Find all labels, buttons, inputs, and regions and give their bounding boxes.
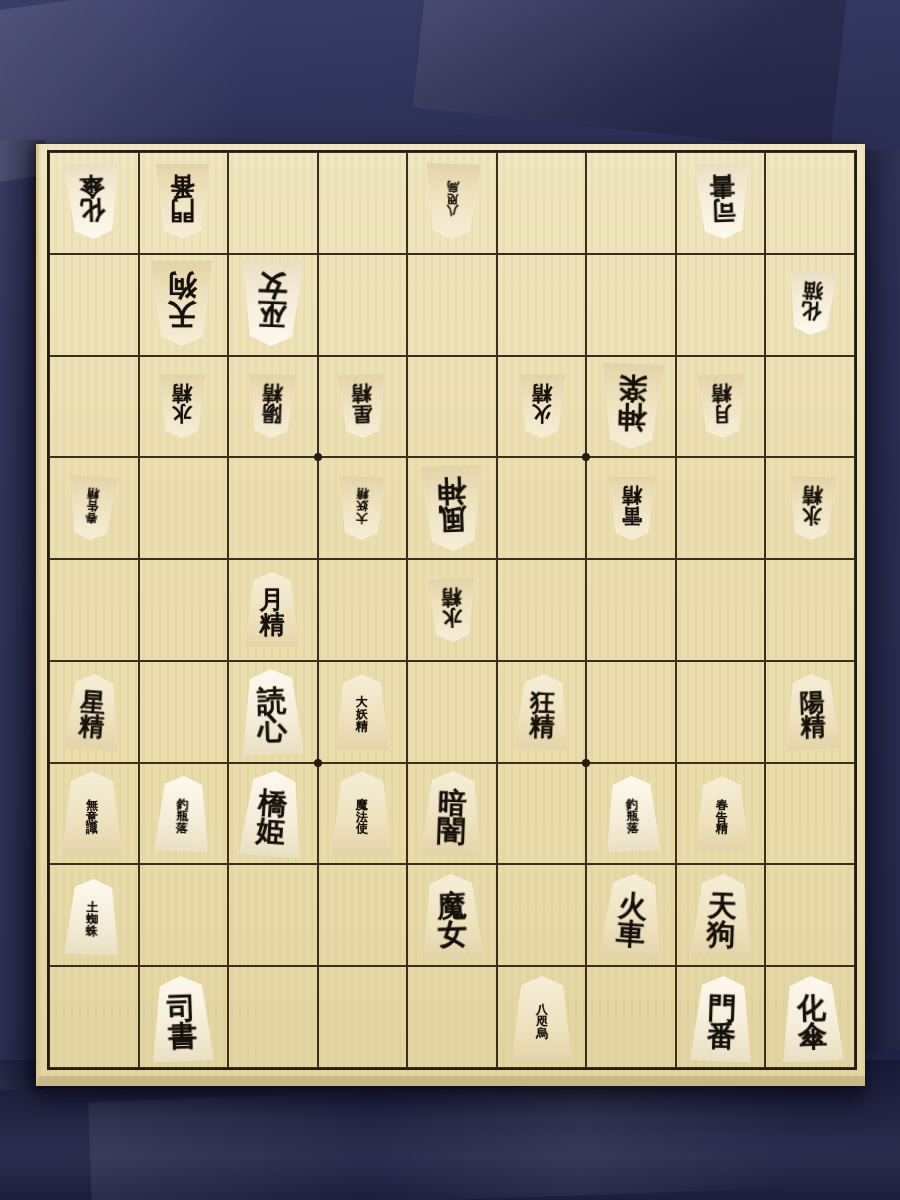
piece-kanji-label: 暗闇 — [436, 789, 467, 847]
piece-kanji-label: 無意識 — [86, 800, 98, 836]
fabric-fold — [88, 1078, 791, 1200]
shogi-piece-星精[interactable]: 星精 — [337, 373, 387, 439]
shogi-piece-雷精[interactable]: 雷精 — [608, 476, 656, 540]
piece-kanji-label: 大妖精 — [356, 487, 369, 523]
shogi-piece-釣瓶落[interactable]: 釣瓶落 — [603, 776, 661, 854]
shogi-piece-大妖精[interactable]: 大妖精 — [337, 475, 387, 541]
piece-kanji-label: 風神 — [436, 476, 467, 534]
shogi-piece-天狗[interactable]: 天狗 — [151, 260, 213, 346]
piece-kanji-label: 水精 — [441, 587, 462, 627]
shogi-piece-風神[interactable]: 風神 — [420, 464, 485, 552]
shogi-piece-陽精[interactable]: 陽精 — [783, 673, 841, 751]
shogi-piece-魔法使[interactable]: 魔法使 — [331, 771, 393, 857]
shogi-piece-土蜘蛛[interactable]: 土蜘蛛 — [63, 878, 121, 956]
piece-kanji-label: 大妖精 — [356, 697, 368, 733]
piece-kanji-label: 月精 — [711, 383, 732, 423]
piece-kanji-label: 巫女 — [257, 271, 288, 329]
piece-kanji-label: 土蜘蛛 — [85, 902, 98, 938]
shogi-board: 化傘門番八咫烏司書天狗巫女化猫水精陽精星精火精神楽月精春告精大妖精風神雷精氷精水… — [36, 144, 865, 1086]
piece-kanji-label: 春告精 — [85, 487, 99, 523]
piece-kanji-label: 星精 — [351, 383, 372, 423]
shogi-piece-八咫烏[interactable]: 八咫烏 — [511, 976, 573, 1062]
piece-kanji-label: 読心 — [257, 686, 288, 744]
piece-layer: 化傘門番八咫烏司書天狗巫女化猫水精陽精星精火精神楽月精春告精大妖精風神雷精氷精水… — [47, 150, 857, 1070]
piece-kanji-label: 八咫烏 — [536, 1004, 548, 1040]
piece-kanji-label: 春告精 — [716, 800, 728, 836]
piece-kanji-label: 天狗 — [706, 891, 737, 949]
piece-kanji-label: 橋姫 — [255, 788, 288, 847]
piece-kanji-label: 陽精 — [261, 383, 282, 423]
piece-kanji-label: 魔法使 — [356, 800, 368, 836]
piece-kanji-label: 神楽 — [617, 374, 648, 432]
shogi-piece-水精[interactable]: 水精 — [427, 577, 477, 643]
shogi-piece-春告精[interactable]: 春告精 — [695, 776, 750, 852]
shogi-piece-天狗[interactable]: 天狗 — [690, 873, 755, 961]
shogi-piece-春告精[interactable]: 春告精 — [66, 474, 118, 541]
shogi-piece-化傘[interactable]: 化傘 — [63, 162, 121, 240]
fabric-fold — [860, 150, 900, 1050]
shogi-piece-水精[interactable]: 水精 — [158, 374, 206, 438]
shogi-piece-大妖精[interactable]: 大妖精 — [335, 674, 390, 750]
piece-kanji-label: 化猫 — [801, 280, 824, 320]
piece-kanji-label: 門番 — [706, 993, 737, 1051]
shogi-piece-火精[interactable]: 火精 — [518, 374, 566, 438]
piece-kanji-label: 水精 — [172, 383, 192, 422]
fabric-fold — [413, 0, 847, 152]
piece-kanji-label: 火精 — [532, 383, 552, 422]
shogi-piece-八咫烏[interactable]: 八咫烏 — [423, 162, 481, 240]
shogi-piece-火車[interactable]: 火車 — [598, 872, 666, 962]
shogi-piece-門番[interactable]: 門番 — [690, 975, 755, 1063]
piece-kanji-label: 陽精 — [799, 690, 826, 740]
photo-scene: 化傘門番八咫烏司書天狗巫女化猫水精陽精星精火精神楽月精春告精大妖精風神雷精氷精水… — [0, 0, 900, 1200]
shogi-piece-神楽[interactable]: 神楽 — [600, 361, 665, 449]
piece-kanji-label: 釣瓶落 — [626, 799, 639, 835]
shogi-piece-橋姫[interactable]: 橋姫 — [238, 769, 306, 859]
shogi-piece-狂精[interactable]: 狂精 — [513, 673, 571, 751]
shogi-piece-司書[interactable]: 司書 — [693, 162, 751, 240]
piece-kanji-label: 化傘 — [79, 173, 106, 223]
shogi-piece-釣瓶落[interactable]: 釣瓶落 — [153, 776, 211, 854]
board-grid-area: 化傘門番八咫烏司書天狗巫女化猫水精陽精星精火精神楽月精春告精大妖精風神雷精氷精水… — [47, 150, 857, 1070]
piece-kanji-label: 司書 — [709, 173, 736, 223]
piece-kanji-label: 天狗 — [168, 272, 197, 329]
shogi-piece-月精[interactable]: 月精 — [245, 572, 300, 648]
piece-kanji-label: 月精 — [260, 588, 285, 637]
piece-kanji-label: 氷精 — [801, 485, 822, 525]
piece-kanji-label: 雷精 — [622, 485, 642, 524]
piece-kanji-label: 狂精 — [529, 690, 556, 740]
shogi-piece-司書[interactable]: 司書 — [150, 975, 215, 1063]
shogi-piece-門番[interactable]: 門番 — [155, 163, 210, 239]
shogi-piece-月精[interactable]: 月精 — [697, 373, 747, 439]
shogi-piece-化傘[interactable]: 化傘 — [780, 975, 845, 1063]
shogi-piece-暗闇[interactable]: 暗闇 — [420, 770, 485, 858]
shogi-piece-無意識[interactable]: 無意識 — [61, 771, 123, 857]
piece-kanji-label: 八咫烏 — [446, 180, 459, 216]
piece-kanji-label: 星精 — [78, 690, 106, 741]
piece-kanji-label: 釣瓶落 — [175, 799, 188, 835]
shogi-piece-氷精[interactable]: 氷精 — [787, 475, 837, 541]
piece-kanji-label: 門番 — [170, 174, 195, 223]
shogi-piece-化猫[interactable]: 化猫 — [786, 270, 838, 337]
shogi-piece-魔女[interactable]: 魔女 — [420, 873, 485, 961]
shogi-piece-読心[interactable]: 読心 — [240, 668, 305, 756]
piece-kanji-label: 火車 — [615, 890, 648, 949]
shogi-piece-巫女[interactable]: 巫女 — [240, 259, 305, 347]
piece-kanji-label: 魔女 — [437, 891, 468, 949]
shogi-piece-星精[interactable]: 星精 — [62, 672, 122, 752]
piece-kanji-label: 化傘 — [797, 993, 828, 1051]
piece-kanji-label: 司書 — [167, 993, 198, 1051]
shogi-piece-陽精[interactable]: 陽精 — [247, 373, 297, 439]
